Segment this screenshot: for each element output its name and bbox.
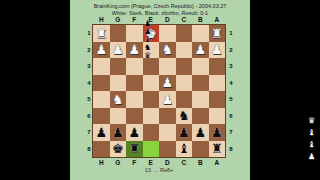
square-e6[interactable]: [143, 108, 160, 125]
white-pawn-piece: ♟: [161, 76, 173, 89]
letterbox-bar-left: [0, 0, 70, 180]
square-c5[interactable]: [176, 91, 193, 108]
white-rook-piece: ♜: [95, 27, 107, 40]
rank-label-7: 7: [86, 124, 92, 141]
square-b2[interactable]: ♟: [192, 42, 209, 59]
white-pawn-piece: ♟: [112, 43, 124, 56]
site-event-header: BrainKing.com (Prague, Czech Republic) -…: [70, 3, 250, 9]
square-d6[interactable]: [159, 108, 176, 125]
rank-label-8: 8: [228, 141, 234, 158]
square-g7[interactable]: ♟: [110, 124, 127, 141]
white-rook-piece: ♜: [211, 27, 223, 40]
square-a4[interactable]: [209, 75, 226, 92]
square-d2[interactable]: ♞: [159, 42, 176, 59]
square-h3[interactable]: [93, 58, 110, 75]
captured-white-pieces-tray: ♛♝♝♟: [308, 117, 315, 165]
file-label-e: E: [143, 159, 160, 166]
square-d4[interactable]: ♟: [159, 75, 176, 92]
black-rook-piece: ♜: [128, 142, 140, 155]
square-h1[interactable]: ♜: [93, 25, 110, 42]
square-f2[interactable]: ♟: [126, 42, 143, 59]
square-b4[interactable]: [192, 75, 209, 92]
file-label-b: B: [192, 16, 209, 23]
rank-label-1: 1: [228, 25, 234, 42]
square-h5[interactable]: [93, 91, 110, 108]
square-a2[interactable]: ♟: [209, 42, 226, 59]
square-a3[interactable]: [209, 58, 226, 75]
square-f5[interactable]: [126, 91, 143, 108]
square-e4[interactable]: [143, 75, 160, 92]
white-pawn-piece: ♟: [211, 43, 223, 56]
rank-label-2: 2: [86, 42, 92, 59]
file-label-g: G: [110, 16, 127, 23]
rank-label-5: 5: [228, 91, 234, 108]
black-pawn-piece: ♟: [194, 126, 206, 139]
file-label-d: D: [159, 16, 176, 23]
square-h6[interactable]: [93, 108, 110, 125]
last-move-caption: 13. ... Re8+: [93, 167, 225, 173]
square-a1[interactable]: ♜: [209, 25, 226, 42]
square-f7[interactable]: ♟: [126, 124, 143, 141]
square-h2[interactable]: ♟: [93, 42, 110, 59]
black-pawn-piece: ♟: [95, 126, 107, 139]
square-f3[interactable]: [126, 58, 143, 75]
file-label-c: C: [176, 159, 193, 166]
square-b1[interactable]: [192, 25, 209, 42]
game-thumbnail-canvas: BrainKing.com (Prague, Czech Republic) -…: [70, 0, 250, 180]
black-pawn-piece: ♟: [211, 126, 223, 139]
square-f4[interactable]: [126, 75, 143, 92]
square-c1[interactable]: [176, 25, 193, 42]
file-labels-top: HGFEDCBA: [93, 16, 225, 23]
square-e5[interactable]: [143, 91, 160, 108]
square-g6[interactable]: [110, 108, 127, 125]
captured-black-queen-icon: ♛: [144, 52, 151, 60]
square-d8[interactable]: [159, 141, 176, 158]
black-pawn-piece: ♟: [178, 126, 190, 139]
square-b3[interactable]: [192, 58, 209, 75]
captured-white-queen-icon: ♛: [308, 117, 315, 125]
square-e3[interactable]: [143, 58, 160, 75]
file-labels-bottom: HGFEDCBA: [93, 159, 225, 166]
square-a5[interactable]: [209, 91, 226, 108]
square-b8[interactable]: [192, 141, 209, 158]
square-c4[interactable]: [176, 75, 193, 92]
white-pawn-piece: ♟: [128, 43, 140, 56]
white-knight-piece: ♞: [112, 93, 124, 106]
rank-label-7: 7: [228, 124, 234, 141]
square-d5[interactable]: ♟: [159, 91, 176, 108]
captured-white-pawn-icon: ♟: [308, 153, 315, 161]
captured-white-bishop-icon: ♝: [308, 141, 315, 149]
rank-labels-right: 12345678: [228, 25, 234, 157]
white-pawn-piece: ♟: [95, 43, 107, 56]
square-h4[interactable]: [93, 75, 110, 92]
square-f6[interactable]: [126, 108, 143, 125]
square-g4[interactable]: [110, 75, 127, 92]
square-c3[interactable]: [176, 58, 193, 75]
black-rook-piece: ♜: [211, 142, 223, 155]
file-label-d: D: [159, 159, 176, 166]
rank-label-1: 1: [86, 25, 92, 42]
file-label-f: F: [126, 159, 143, 166]
square-b5[interactable]: [192, 91, 209, 108]
square-f1[interactable]: [126, 25, 143, 42]
square-a7[interactable]: ♟: [209, 124, 226, 141]
black-pawn-piece: ♟: [128, 126, 140, 139]
rank-label-6: 6: [86, 108, 92, 125]
rank-label-5: 5: [86, 91, 92, 108]
square-h7[interactable]: ♟: [93, 124, 110, 141]
square-b7[interactable]: ♟: [192, 124, 209, 141]
file-label-b: B: [192, 159, 209, 166]
square-c2[interactable]: [176, 42, 193, 59]
square-h8[interactable]: [93, 141, 110, 158]
white-pawn-piece: ♟: [194, 43, 206, 56]
square-g3[interactable]: [110, 58, 127, 75]
square-g2[interactable]: ♟: [110, 42, 127, 59]
chess-board: ♜♚♜♟♟♟♞♟♟♟♞♟♞♟♟♟♟♟♟♚♜♝♜: [93, 25, 225, 157]
square-d1[interactable]: [159, 25, 176, 42]
square-f8[interactable]: ♜: [126, 141, 143, 158]
square-g5[interactable]: ♞: [110, 91, 127, 108]
captured-white-bishop-icon: ♝: [308, 129, 315, 137]
file-label-c: C: [176, 16, 193, 23]
square-c8[interactable]: ♝: [176, 141, 193, 158]
black-king-piece: ♚: [112, 142, 124, 155]
black-pawn-piece: ♟: [112, 126, 124, 139]
file-label-h: H: [93, 16, 110, 23]
file-label-h: H: [93, 159, 110, 166]
rank-label-4: 4: [86, 75, 92, 92]
rank-label-3: 3: [228, 58, 234, 75]
rank-label-3: 3: [86, 58, 92, 75]
square-a8[interactable]: ♜: [209, 141, 226, 158]
rank-label-4: 4: [228, 75, 234, 92]
square-e7[interactable]: [143, 124, 160, 141]
square-e8[interactable]: [143, 141, 160, 158]
black-knight-piece: ♞: [178, 109, 190, 122]
square-a6[interactable]: [209, 108, 226, 125]
black-bishop-piece: ♝: [178, 142, 190, 155]
file-label-f: F: [126, 16, 143, 23]
square-c6[interactable]: ♞: [176, 108, 193, 125]
white-pawn-piece: ♟: [161, 93, 173, 106]
square-c7[interactable]: ♟: [176, 124, 193, 141]
captured-black-pieces-tray: ♟♟♝♞♛: [144, 20, 151, 60]
square-d7[interactable]: [159, 124, 176, 141]
square-g1[interactable]: [110, 25, 127, 42]
rank-label-8: 8: [86, 141, 92, 158]
rank-label-6: 6: [228, 108, 234, 125]
rank-labels-left: 12345678: [86, 25, 92, 157]
file-label-g: G: [110, 159, 127, 166]
square-d3[interactable]: [159, 58, 176, 75]
file-label-a: A: [209, 159, 226, 166]
rank-label-2: 2: [228, 42, 234, 59]
white-knight-piece: ♞: [161, 43, 173, 56]
file-label-a: A: [209, 16, 226, 23]
square-b6[interactable]: [192, 108, 209, 125]
square-g8[interactable]: ♚: [110, 141, 127, 158]
